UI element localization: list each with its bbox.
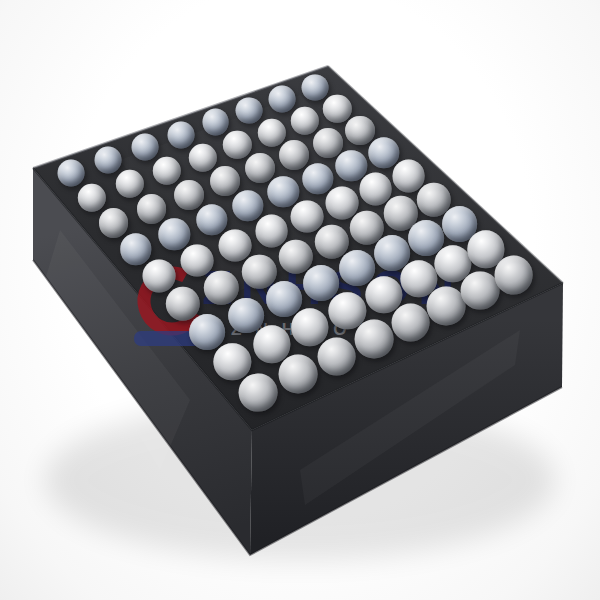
solder-ball [95, 147, 122, 174]
solder-ball [391, 303, 430, 342]
solder-ball [291, 200, 324, 233]
solder-ball [204, 270, 238, 304]
solder-ball [336, 150, 367, 181]
solder-ball [165, 287, 199, 321]
solder-ball [426, 287, 465, 326]
solder-ball [279, 140, 309, 170]
solder-ball [137, 194, 167, 224]
product-photo: ZNHSON ZNHSON [0, 0, 600, 600]
solder-ball [202, 109, 229, 136]
solder-ball [257, 118, 285, 146]
solder-ball [242, 255, 276, 289]
solder-ball [245, 153, 275, 183]
solder-ball [291, 309, 328, 346]
solder-ball [323, 94, 351, 122]
solder-ball [317, 337, 356, 376]
solder-ball [210, 166, 240, 196]
solder-ball [78, 184, 106, 212]
solder-ball [57, 160, 84, 187]
solder-ball [253, 326, 290, 363]
solder-ball [214, 343, 251, 380]
solder-ball [174, 180, 204, 210]
solder-ball [313, 128, 343, 158]
solder-ball [142, 260, 175, 293]
solder-ball [181, 244, 214, 277]
solder-ball [223, 131, 251, 159]
solder-ball [368, 137, 399, 168]
solder-ball [303, 265, 339, 301]
solder-ball [158, 219, 189, 250]
solder-ball [255, 214, 288, 247]
solder-ball [269, 85, 296, 112]
solder-ball [167, 121, 194, 148]
solder-ball [132, 134, 159, 161]
solder-ball [279, 355, 318, 394]
solder-ball [99, 208, 129, 238]
solder-ball [236, 97, 263, 124]
solder-ball [345, 116, 375, 146]
solder-ball [355, 320, 394, 359]
solder-ball [325, 186, 358, 219]
solder-ball [494, 256, 533, 295]
solder-ball [152, 156, 180, 184]
solder-ball [188, 143, 216, 171]
solder-ball [219, 229, 252, 262]
solder-ball [268, 176, 299, 207]
solder-ball [315, 225, 349, 259]
solder-ball [232, 190, 263, 221]
solder-ball [228, 298, 264, 334]
solder-ball [196, 204, 227, 235]
solder-ball [266, 281, 302, 317]
ball-grid [0, 0, 600, 600]
solder-ball [279, 239, 313, 273]
solder-ball [302, 163, 333, 194]
solder-ball [189, 314, 225, 350]
solder-ball [115, 170, 143, 198]
solder-ball [291, 106, 319, 134]
solder-ball [239, 373, 278, 412]
solder-ball [301, 74, 328, 101]
solder-ball [120, 233, 151, 264]
